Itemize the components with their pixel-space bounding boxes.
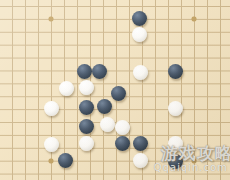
white-stone xyxy=(59,81,74,96)
black-stone xyxy=(115,136,130,151)
white-stone xyxy=(79,80,94,95)
board[interactable] xyxy=(0,0,230,180)
white-stone xyxy=(168,101,183,116)
star-point xyxy=(192,17,197,22)
white-stone xyxy=(79,136,94,151)
black-stone xyxy=(132,11,147,26)
black-stone xyxy=(168,64,183,79)
black-stone xyxy=(58,153,73,168)
white-stone xyxy=(133,153,148,168)
black-stone xyxy=(133,136,148,151)
black-stone xyxy=(77,64,92,79)
star-point xyxy=(192,159,197,164)
white-stone xyxy=(44,137,59,152)
white-stone xyxy=(44,101,59,116)
black-stone xyxy=(79,119,94,134)
black-stone xyxy=(97,99,112,114)
white-stone xyxy=(168,136,183,151)
white-stone xyxy=(133,65,148,80)
white-stone xyxy=(132,27,147,42)
black-stone xyxy=(79,100,94,115)
black-stone xyxy=(92,64,107,79)
black-stone xyxy=(168,154,183,169)
gomoku-board-screenshot: 游戏攻略 Qqaiqin.com xyxy=(0,0,230,180)
star-point xyxy=(49,159,54,164)
black-stone xyxy=(111,86,126,101)
white-stone xyxy=(115,120,130,135)
star-point xyxy=(49,17,54,22)
white-stone xyxy=(100,117,115,132)
